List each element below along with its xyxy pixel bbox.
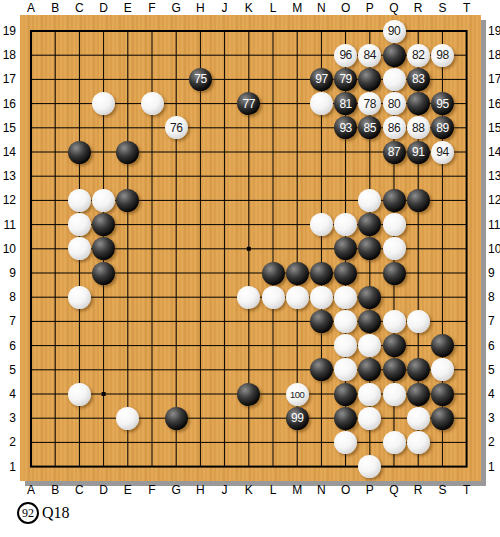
coord-label-right-5: 5	[488, 363, 500, 377]
coord-label-left-8: 8	[0, 290, 16, 304]
stone-white-M8	[286, 286, 309, 309]
coord-label-right-16: 16	[488, 97, 500, 111]
coord-label-top-P: P	[358, 1, 382, 15]
stone-white-Q15: 86	[383, 116, 406, 139]
coord-label-bottom-K: K	[237, 483, 261, 497]
coord-label-bottom-T: T	[455, 483, 479, 497]
stone-white-C12	[68, 189, 91, 212]
move-number: 77	[243, 97, 255, 111]
go-board: 9096848298759779837781788095769385868889…	[20, 15, 481, 481]
coord-label-right-6: 6	[488, 339, 500, 353]
stone-black-H17: 75	[189, 68, 212, 91]
coord-label-top-B: B	[43, 1, 67, 15]
stone-black-R16	[407, 92, 430, 115]
stone-black-N9	[310, 262, 333, 285]
stone-black-P8	[358, 286, 381, 309]
stone-white-C8	[68, 286, 91, 309]
coord-label-right-15: 15	[488, 121, 500, 135]
stone-black-Q5	[383, 358, 406, 381]
coord-label-right-9: 9	[488, 266, 500, 280]
stone-black-C14	[68, 141, 91, 164]
stone-white-N11	[310, 213, 333, 236]
caption-move-circle: 92	[17, 502, 39, 524]
coord-label-right-19: 19	[488, 24, 500, 38]
coord-label-bottom-E: E	[116, 483, 140, 497]
coord-label-right-7: 7	[488, 314, 500, 328]
coord-label-right-17: 17	[488, 72, 500, 86]
stone-white-R18: 82	[407, 44, 430, 67]
coord-label-top-K: K	[237, 1, 261, 15]
coord-label-top-F: F	[140, 1, 164, 15]
coord-label-bottom-L: L	[261, 483, 285, 497]
stone-black-R5	[407, 358, 430, 381]
coord-label-top-T: T	[455, 1, 479, 15]
stone-white-P4	[358, 383, 381, 406]
move-number: 85	[364, 121, 376, 135]
coord-label-right-1: 1	[488, 460, 500, 474]
stone-black-L9	[262, 262, 285, 285]
move-number: 93	[339, 121, 351, 135]
coord-label-bottom-A: A	[19, 483, 43, 497]
stone-black-M9	[286, 262, 309, 285]
stone-black-Q18	[383, 44, 406, 67]
move-number: 80	[388, 97, 400, 111]
coord-label-left-5: 5	[0, 363, 16, 377]
coord-label-top-E: E	[116, 1, 140, 15]
move-number: 98	[436, 48, 448, 62]
stone-black-M3: 99	[286, 407, 309, 430]
coord-label-bottom-P: P	[358, 483, 382, 497]
coord-label-top-R: R	[406, 1, 430, 15]
coord-label-bottom-F: F	[140, 483, 164, 497]
stone-black-N17: 97	[310, 68, 333, 91]
coord-label-right-10: 10	[488, 242, 500, 256]
stone-white-Q16: 80	[383, 92, 406, 115]
coord-label-top-S: S	[430, 1, 454, 15]
stone-white-Q4	[383, 383, 406, 406]
move-number: 89	[436, 121, 448, 135]
stone-white-N8	[310, 286, 333, 309]
coord-label-right-12: 12	[488, 193, 500, 207]
stone-white-P18: 84	[358, 44, 381, 67]
coord-label-bottom-B: B	[43, 483, 67, 497]
move-number: 75	[194, 72, 206, 86]
coord-label-top-Q: Q	[382, 1, 406, 15]
stone-black-O17: 79	[334, 68, 357, 91]
stone-white-S18: 98	[431, 44, 454, 67]
coord-label-right-3: 3	[488, 411, 500, 425]
stone-white-R3	[407, 407, 430, 430]
stone-black-R14: 91	[407, 141, 430, 164]
stone-white-C11	[68, 213, 91, 236]
stone-black-E14	[116, 141, 139, 164]
coord-label-left-17: 17	[0, 72, 16, 86]
stone-white-O8	[334, 286, 357, 309]
coord-label-top-O: O	[334, 1, 358, 15]
move-number: 94	[436, 145, 448, 159]
move-number: 100	[290, 389, 304, 400]
stone-white-O2	[334, 431, 357, 454]
coord-label-left-10: 10	[0, 242, 16, 256]
coord-label-top-N: N	[309, 1, 333, 15]
coord-label-left-1: 1	[0, 460, 16, 474]
stone-black-S6	[431, 334, 454, 357]
move-number: 95	[436, 97, 448, 111]
move-number: 81	[339, 97, 351, 111]
coord-label-top-H: H	[188, 1, 212, 15]
stone-white-Q10	[383, 237, 406, 260]
move-number: 91	[412, 145, 424, 159]
coord-label-right-18: 18	[488, 48, 500, 62]
coord-label-left-18: 18	[0, 48, 16, 62]
stone-white-R7	[407, 310, 430, 333]
coord-label-top-A: A	[19, 1, 43, 15]
move-number: 97	[315, 72, 327, 86]
coord-label-left-7: 7	[0, 314, 16, 328]
stone-black-O4	[334, 383, 357, 406]
coord-label-top-M: M	[285, 1, 309, 15]
stone-black-Q12	[383, 189, 406, 212]
coord-label-left-15: 15	[0, 121, 16, 135]
caption: 92 Q18	[17, 502, 70, 524]
stone-black-S16: 95	[431, 92, 454, 115]
move-number: 84	[364, 48, 376, 62]
stone-black-R17: 83	[407, 68, 430, 91]
stone-white-Q7	[383, 310, 406, 333]
stone-white-N16	[310, 92, 333, 115]
coord-label-bottom-O: O	[334, 483, 358, 497]
stone-white-Q17	[383, 68, 406, 91]
stone-black-Q9	[383, 262, 406, 285]
star-point	[102, 392, 106, 396]
coord-label-right-14: 14	[488, 145, 500, 159]
coord-label-left-14: 14	[0, 145, 16, 159]
stone-black-S3	[431, 407, 454, 430]
stone-white-C4	[68, 383, 91, 406]
stone-white-M4: 100	[286, 383, 309, 406]
coord-label-left-6: 6	[0, 339, 16, 353]
coord-label-top-D: D	[92, 1, 116, 15]
stone-black-G3	[165, 407, 188, 430]
stone-black-Q14: 87	[383, 141, 406, 164]
stone-black-K4	[237, 383, 260, 406]
stone-white-P3	[358, 407, 381, 430]
coord-label-left-11: 11	[0, 218, 16, 232]
coord-label-left-2: 2	[0, 435, 16, 449]
coord-label-right-8: 8	[488, 290, 500, 304]
coord-label-bottom-H: H	[188, 483, 212, 497]
move-number: 86	[388, 121, 400, 135]
stone-white-D12	[92, 189, 115, 212]
coord-label-top-C: C	[67, 1, 91, 15]
stone-black-O9	[334, 262, 357, 285]
move-number: 82	[412, 48, 424, 62]
stone-black-R4	[407, 383, 430, 406]
stone-white-L8	[262, 286, 285, 309]
caption-location: Q18	[42, 504, 70, 522]
stone-white-E3	[116, 407, 139, 430]
stone-white-G15: 76	[165, 116, 188, 139]
coord-label-right-11: 11	[488, 218, 500, 232]
move-number: 88	[412, 121, 424, 135]
move-number: 90	[388, 24, 400, 38]
move-number: 96	[339, 48, 351, 62]
move-number: 87	[388, 145, 400, 159]
stone-black-N7	[310, 310, 333, 333]
coord-label-right-2: 2	[488, 435, 500, 449]
coord-label-left-4: 4	[0, 387, 16, 401]
coord-label-left-3: 3	[0, 411, 16, 425]
coord-label-left-9: 9	[0, 266, 16, 280]
stone-white-O18: 96	[334, 44, 357, 67]
coord-label-top-L: L	[261, 1, 285, 15]
go-diagram: 9096848298759779837781788095769385868889…	[0, 0, 500, 537]
coord-label-bottom-Q: Q	[382, 483, 406, 497]
stone-black-Q6	[383, 334, 406, 357]
coord-label-right-4: 4	[488, 387, 500, 401]
coord-label-bottom-R: R	[406, 483, 430, 497]
stone-white-Q11	[383, 213, 406, 236]
stone-white-R2	[407, 431, 430, 454]
stone-white-F16	[141, 92, 164, 115]
stone-white-Q2	[383, 431, 406, 454]
stone-white-S14: 94	[431, 141, 454, 164]
coord-label-bottom-S: S	[430, 483, 454, 497]
move-number: 83	[412, 72, 424, 86]
caption-move-number: 92	[22, 506, 34, 521]
stone-black-R12	[407, 189, 430, 212]
coord-label-left-16: 16	[0, 97, 16, 111]
move-number: 78	[364, 97, 376, 111]
coord-label-bottom-J: J	[213, 483, 237, 497]
star-point	[247, 247, 251, 251]
coord-label-top-G: G	[164, 1, 188, 15]
coord-label-top-J: J	[213, 1, 237, 15]
move-number: 99	[291, 411, 303, 425]
coord-label-bottom-C: C	[67, 483, 91, 497]
stone-white-O7	[334, 310, 357, 333]
stone-black-D9	[92, 262, 115, 285]
coord-label-left-19: 19	[0, 24, 16, 38]
coord-label-left-13: 13	[0, 169, 16, 183]
coord-label-bottom-N: N	[309, 483, 333, 497]
stone-black-O3	[334, 407, 357, 430]
stone-black-S4	[431, 383, 454, 406]
stone-white-K8	[237, 286, 260, 309]
coord-label-bottom-D: D	[92, 483, 116, 497]
coord-label-bottom-G: G	[164, 483, 188, 497]
move-number: 79	[339, 72, 351, 86]
coord-label-bottom-M: M	[285, 483, 309, 497]
stone-white-Q19: 90	[383, 20, 406, 43]
move-number: 76	[170, 121, 182, 135]
stone-white-R15: 88	[407, 116, 430, 139]
coord-label-right-13: 13	[488, 169, 500, 183]
coord-label-left-12: 12	[0, 193, 16, 207]
